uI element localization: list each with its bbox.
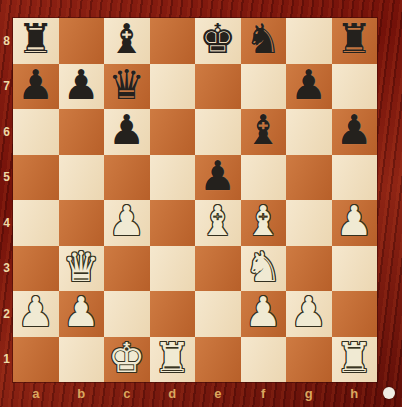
square-d1[interactable]: ♜ <box>150 337 196 383</box>
piece-black-pawn: ♟ <box>336 110 373 151</box>
file-label-b: b <box>59 382 105 404</box>
piece-black-pawn: ♟ <box>290 65 327 106</box>
chess-board-window: 87654321 ♜♝♚♞♜♟♟♛♟♟♝♟♟♟♝♝♟♛♞♟♟♟♟♚♜♜ abcd… <box>0 0 402 407</box>
piece-black-pawn: ♟ <box>108 110 145 151</box>
square-g7[interactable]: ♟ <box>286 64 332 110</box>
square-b8[interactable] <box>59 18 105 64</box>
square-h7[interactable] <box>332 64 378 110</box>
square-a3[interactable] <box>13 246 59 292</box>
file-label-f: f <box>241 382 287 404</box>
square-e8[interactable]: ♚ <box>195 18 241 64</box>
piece-white-rook: ♜ <box>336 338 373 379</box>
square-c2[interactable] <box>104 291 150 337</box>
piece-black-pawn: ♟ <box>63 65 100 106</box>
square-g2[interactable]: ♟ <box>286 291 332 337</box>
rank-label-4: 4 <box>0 200 13 246</box>
square-g3[interactable] <box>286 246 332 292</box>
square-a5[interactable] <box>13 155 59 201</box>
square-b2[interactable]: ♟ <box>59 291 105 337</box>
file-label-a: a <box>13 382 59 404</box>
square-h4[interactable]: ♟ <box>332 200 378 246</box>
square-e6[interactable] <box>195 109 241 155</box>
square-h6[interactable]: ♟ <box>332 109 378 155</box>
file-label-e: e <box>195 382 241 404</box>
piece-white-pawn: ♟ <box>336 201 373 242</box>
piece-black-bishop: ♝ <box>245 110 282 151</box>
piece-black-rook: ♜ <box>336 19 373 60</box>
square-c3[interactable] <box>104 246 150 292</box>
piece-white-pawn: ♟ <box>63 292 100 333</box>
rank-label-6: 6 <box>0 109 13 155</box>
square-f8[interactable]: ♞ <box>241 18 287 64</box>
rank-labels: 87654321 <box>0 18 13 382</box>
square-d5[interactable] <box>150 155 196 201</box>
square-d3[interactable] <box>150 246 196 292</box>
piece-white-bishop: ♝ <box>245 201 282 242</box>
piece-black-king: ♚ <box>199 19 236 60</box>
square-f7[interactable] <box>241 64 287 110</box>
square-b4[interactable] <box>59 200 105 246</box>
square-h8[interactable]: ♜ <box>332 18 378 64</box>
square-a1[interactable] <box>13 337 59 383</box>
board: ♜♝♚♞♜♟♟♛♟♟♝♟♟♟♝♝♟♛♞♟♟♟♟♚♜♜ <box>13 18 377 382</box>
square-g5[interactable] <box>286 155 332 201</box>
piece-white-king: ♚ <box>108 338 145 379</box>
square-e7[interactable] <box>195 64 241 110</box>
piece-black-rook: ♜ <box>17 19 54 60</box>
file-label-h: h <box>332 382 378 404</box>
square-a2[interactable]: ♟ <box>13 291 59 337</box>
piece-white-pawn: ♟ <box>108 201 145 242</box>
square-f1[interactable] <box>241 337 287 383</box>
square-e1[interactable] <box>195 337 241 383</box>
piece-black-pawn: ♟ <box>17 65 54 106</box>
square-g6[interactable] <box>286 109 332 155</box>
rank-label-8: 8 <box>0 18 13 64</box>
square-d2[interactable] <box>150 291 196 337</box>
square-d8[interactable] <box>150 18 196 64</box>
square-b6[interactable] <box>59 109 105 155</box>
square-c7[interactable]: ♛ <box>104 64 150 110</box>
piece-white-rook: ♜ <box>154 338 191 379</box>
piece-white-queen: ♛ <box>63 247 100 288</box>
square-h5[interactable] <box>332 155 378 201</box>
piece-black-bishop: ♝ <box>108 19 145 60</box>
piece-black-queen: ♛ <box>108 65 145 106</box>
square-c1[interactable]: ♚ <box>104 337 150 383</box>
piece-white-pawn: ♟ <box>290 292 327 333</box>
square-b7[interactable]: ♟ <box>59 64 105 110</box>
file-labels: abcdefgh <box>13 382 377 404</box>
rank-label-5: 5 <box>0 155 13 201</box>
square-h1[interactable]: ♜ <box>332 337 378 383</box>
file-label-g: g <box>286 382 332 404</box>
white-to-move-indicator <box>383 387 395 399</box>
square-c8[interactable]: ♝ <box>104 18 150 64</box>
square-f4[interactable]: ♝ <box>241 200 287 246</box>
square-c5[interactable] <box>104 155 150 201</box>
piece-black-pawn: ♟ <box>199 156 236 197</box>
piece-white-pawn: ♟ <box>17 292 54 333</box>
square-g4[interactable] <box>286 200 332 246</box>
square-f3[interactable]: ♞ <box>241 246 287 292</box>
rank-label-3: 3 <box>0 246 13 292</box>
square-f6[interactable]: ♝ <box>241 109 287 155</box>
square-e3[interactable] <box>195 246 241 292</box>
rank-label-7: 7 <box>0 64 13 110</box>
file-label-c: c <box>104 382 150 404</box>
square-b5[interactable] <box>59 155 105 201</box>
square-d4[interactable] <box>150 200 196 246</box>
square-h2[interactable] <box>332 291 378 337</box>
square-a8[interactable]: ♜ <box>13 18 59 64</box>
rank-label-2: 2 <box>0 291 13 337</box>
square-f2[interactable]: ♟ <box>241 291 287 337</box>
square-a7[interactable]: ♟ <box>13 64 59 110</box>
square-e2[interactable] <box>195 291 241 337</box>
square-g8[interactable] <box>286 18 332 64</box>
rank-label-1: 1 <box>0 337 13 383</box>
square-b3[interactable]: ♛ <box>59 246 105 292</box>
square-a4[interactable] <box>13 200 59 246</box>
square-e4[interactable]: ♝ <box>195 200 241 246</box>
square-c4[interactable]: ♟ <box>104 200 150 246</box>
piece-white-knight: ♞ <box>245 247 282 288</box>
square-e5[interactable]: ♟ <box>195 155 241 201</box>
square-g1[interactable] <box>286 337 332 383</box>
square-a6[interactable] <box>13 109 59 155</box>
square-b1[interactable] <box>59 337 105 383</box>
square-d7[interactable] <box>150 64 196 110</box>
square-c6[interactable]: ♟ <box>104 109 150 155</box>
square-f5[interactable] <box>241 155 287 201</box>
square-h3[interactable] <box>332 246 378 292</box>
piece-black-knight: ♞ <box>245 19 282 60</box>
square-d6[interactable] <box>150 109 196 155</box>
piece-white-bishop: ♝ <box>199 201 236 242</box>
file-label-d: d <box>150 382 196 404</box>
piece-white-pawn: ♟ <box>245 292 282 333</box>
